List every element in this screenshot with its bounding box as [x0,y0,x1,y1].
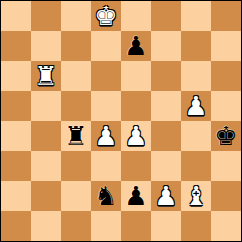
square-f2[interactable]: ♟ [151,181,181,211]
square-h3[interactable] [211,151,241,181]
square-g8[interactable] [181,1,211,31]
black-pawn[interactable]: ♟ [124,31,147,61]
square-e7[interactable]: ♟ [121,31,151,61]
square-g6[interactable] [181,61,211,91]
square-g7[interactable] [181,31,211,61]
white-pawn[interactable]: ♟ [94,121,117,151]
square-h1[interactable] [211,211,241,241]
square-d1[interactable] [91,211,121,241]
square-d8[interactable]: ♚ [91,1,121,31]
square-e2[interactable]: ♟ [121,181,151,211]
square-e5[interactable] [121,91,151,121]
square-g5[interactable]: ♟ [181,91,211,121]
square-g4[interactable] [181,121,211,151]
square-a8[interactable] [1,1,31,31]
white-pawn[interactable]: ♟ [184,91,207,121]
square-b2[interactable] [31,181,61,211]
square-b1[interactable] [31,211,61,241]
square-h5[interactable] [211,91,241,121]
square-c6[interactable] [61,61,91,91]
square-h4[interactable]: ♚ [211,121,241,151]
square-e6[interactable] [121,61,151,91]
square-g2[interactable]: ♝ [181,181,211,211]
square-d2[interactable]: ♞ [91,181,121,211]
square-b7[interactable] [31,31,61,61]
black-king[interactable]: ♚ [214,121,237,151]
square-b8[interactable] [31,1,61,31]
black-knight[interactable]: ♞ [94,181,117,211]
square-e3[interactable] [121,151,151,181]
black-rook[interactable]: ♜ [64,121,87,151]
square-d3[interactable] [91,151,121,181]
square-d6[interactable] [91,61,121,91]
white-king[interactable]: ♚ [94,1,117,31]
square-a4[interactable] [1,121,31,151]
square-d5[interactable] [91,91,121,121]
square-c3[interactable] [61,151,91,181]
square-b5[interactable] [31,91,61,121]
square-a1[interactable] [1,211,31,241]
square-f3[interactable] [151,151,181,181]
white-pawn[interactable]: ♟ [124,121,147,151]
square-c2[interactable] [61,181,91,211]
chess-board: ♚♟♜♟♜♟♟♚♞♟♟♝ [1,1,241,241]
square-g1[interactable] [181,211,211,241]
white-bishop[interactable]: ♝ [184,181,207,211]
square-g3[interactable] [181,151,211,181]
square-d7[interactable] [91,31,121,61]
chess-board-frame: ♚♟♜♟♜♟♟♚♞♟♟♝ [0,0,242,242]
square-f6[interactable] [151,61,181,91]
square-f1[interactable] [151,211,181,241]
square-h6[interactable] [211,61,241,91]
square-f4[interactable] [151,121,181,151]
square-c8[interactable] [61,1,91,31]
square-c7[interactable] [61,31,91,61]
white-pawn[interactable]: ♟ [154,181,177,211]
square-h8[interactable] [211,1,241,31]
black-pawn[interactable]: ♟ [124,181,147,211]
square-a7[interactable] [1,31,31,61]
square-c1[interactable] [61,211,91,241]
square-a6[interactable] [1,61,31,91]
square-c4[interactable]: ♜ [61,121,91,151]
square-d4[interactable]: ♟ [91,121,121,151]
square-b4[interactable] [31,121,61,151]
square-a3[interactable] [1,151,31,181]
square-h7[interactable] [211,31,241,61]
square-e4[interactable]: ♟ [121,121,151,151]
square-a2[interactable] [1,181,31,211]
square-b6[interactable]: ♜ [31,61,61,91]
square-f8[interactable] [151,1,181,31]
square-a5[interactable] [1,91,31,121]
square-f7[interactable] [151,31,181,61]
square-c5[interactable] [61,91,91,121]
square-e1[interactable] [121,211,151,241]
square-e8[interactable] [121,1,151,31]
white-rook[interactable]: ♜ [34,61,57,91]
square-h2[interactable] [211,181,241,211]
square-f5[interactable] [151,91,181,121]
square-b3[interactable] [31,151,61,181]
